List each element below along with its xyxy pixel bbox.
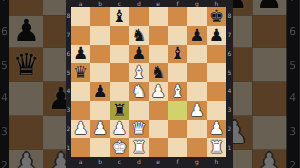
piece-black-king[interactable]: ♚ (209, 8, 224, 25)
piece-black-pawn[interactable]: ♟ (73, 45, 88, 62)
square-e6[interactable] (149, 45, 168, 64)
video-frame: abcdefghabcdefgh8765432187654321♝♚♞♟♟♟♟♝… (0, 0, 300, 168)
piece-black-pawn[interactable]: ♟ (131, 45, 146, 62)
bg-rank-label-2-right: 2 (286, 160, 299, 168)
file-label-g-bottom: g (187, 159, 206, 165)
bg-rank-label-2-left: 2 (0, 160, 9, 168)
square-b8[interactable] (90, 7, 109, 26)
bg-square-a5: ♛ (9, 48, 44, 82)
square-e4[interactable]: ♟ (149, 82, 168, 101)
square-b3[interactable] (90, 101, 109, 120)
piece-black-pawn[interactable]: ♟ (189, 27, 204, 44)
square-e8[interactable] (149, 7, 168, 26)
piece-white-rook[interactable]: ♜ (131, 139, 146, 156)
square-d7[interactable]: ♞ (129, 26, 148, 45)
bg-rank-labels-right: 87654321 (286, 0, 299, 168)
rank-label-4-right: 4 (226, 88, 233, 94)
square-c2[interactable]: ♟ (110, 120, 129, 139)
piece-black-pawn[interactable]: ♟ (92, 83, 107, 100)
bg-square-h2: ♟ (252, 149, 287, 168)
piece-black-bishop[interactable]: ♝ (170, 45, 185, 62)
bg-square-h4 (252, 82, 287, 116)
square-g4[interactable] (187, 82, 206, 101)
square-d6[interactable]: ♟ (129, 45, 148, 64)
bg-square-h3 (252, 115, 287, 149)
square-a8[interactable] (71, 7, 90, 26)
square-d1[interactable]: ♜ (129, 138, 148, 157)
square-b7[interactable] (90, 26, 109, 45)
bg-rank-labels-left: 87654321 (0, 0, 9, 168)
square-g6[interactable] (187, 45, 206, 64)
square-h1[interactable]: ♜ (207, 138, 226, 157)
bg-rank-label-5-right: 5 (286, 60, 299, 71)
bg-rank-label-3-left: 3 (0, 127, 9, 138)
square-b5[interactable] (90, 63, 109, 82)
square-d3[interactable] (129, 101, 148, 120)
square-f5[interactable] (168, 63, 187, 82)
file-label-e-bottom: e (149, 159, 168, 165)
square-f2[interactable] (168, 120, 187, 139)
file-label-c-top: c (110, 1, 129, 7)
bg-rank-label-7-right: 7 (286, 0, 299, 3)
square-c6[interactable] (110, 45, 129, 64)
square-g5[interactable] (187, 63, 206, 82)
square-d2[interactable]: ♛ (129, 120, 148, 139)
square-h5[interactable] (207, 63, 226, 82)
square-g1[interactable] (187, 138, 206, 157)
piece-white-rook[interactable]: ♜ (209, 139, 224, 156)
bg-rank-label-4-left: 4 (0, 93, 9, 104)
square-b2[interactable]: ♟ (90, 120, 109, 139)
bg-rank-label-5-left: 5 (0, 60, 9, 71)
square-g2[interactable] (187, 120, 206, 139)
piece-black-rook[interactable]: ♜ (112, 102, 127, 119)
bg-piece-black-pawn: ♟ (13, 16, 40, 46)
piece-white-bishop[interactable]: ♝ (131, 64, 146, 81)
file-label-e-top: e (149, 1, 168, 7)
rank-label-1-right: 1 (226, 145, 233, 151)
bg-square-a6: ♟ (9, 15, 44, 49)
chess-board: abcdefghabcdefgh8765432187654321♝♚♞♟♟♟♟♝… (66, 0, 233, 168)
square-a5[interactable]: ♛ (71, 63, 90, 82)
square-h2[interactable]: ♟ (207, 120, 226, 139)
file-label-a-bottom: a (71, 159, 90, 165)
square-f3[interactable] (168, 101, 187, 120)
square-g7[interactable]: ♟ (187, 26, 206, 45)
square-a3[interactable] (71, 101, 90, 120)
piece-white-knight[interactable]: ♞ (131, 83, 146, 100)
square-f6[interactable]: ♝ (168, 45, 187, 64)
square-c7[interactable] (110, 26, 129, 45)
square-b1[interactable] (90, 138, 109, 157)
rank-label-2-right: 2 (226, 126, 233, 132)
file-label-b-bottom: b (90, 159, 109, 165)
square-h3[interactable] (207, 101, 226, 120)
square-c5[interactable] (110, 63, 129, 82)
square-f7[interactable] (168, 26, 187, 45)
square-a6[interactable]: ♟ (71, 45, 90, 64)
square-a1[interactable] (71, 138, 90, 157)
square-d5[interactable]: ♝ (129, 63, 148, 82)
piece-white-pawn[interactable]: ♟ (92, 120, 107, 137)
bg-square-a4 (9, 82, 44, 116)
bg-square-a2: ♟ (9, 149, 44, 168)
bg-square-a7 (9, 0, 44, 15)
bg-square-a3 (9, 115, 44, 149)
square-e1[interactable] (149, 138, 168, 157)
square-f8[interactable] (168, 7, 187, 26)
bg-piece-black-pawn: ♟ (255, 0, 282, 13)
square-e3[interactable] (149, 101, 168, 120)
piece-white-pawn[interactable]: ♟ (151, 83, 166, 100)
rank-label-5-right: 5 (226, 70, 233, 76)
square-b4[interactable]: ♟ (90, 82, 109, 101)
square-a4[interactable] (71, 82, 90, 101)
bg-rank-label-6-right: 6 (286, 26, 299, 37)
square-h8[interactable]: ♚ (207, 7, 226, 26)
square-d4[interactable]: ♞ (129, 82, 148, 101)
bg-rank-label-4-right: 4 (286, 93, 299, 104)
file-labels-bottom: abcdefgh (71, 157, 226, 168)
square-g8[interactable] (187, 7, 206, 26)
square-e2[interactable] (149, 120, 168, 139)
file-labels-top: abcdefgh (71, 0, 226, 7)
rank-labels-right: 87654321 (226, 7, 233, 157)
square-c8[interactable]: ♝ (110, 7, 129, 26)
bg-square-h5 (252, 48, 287, 82)
bg-piece-white-pawn: ♟ (255, 150, 282, 168)
square-b6[interactable] (90, 45, 109, 64)
file-label-c-bottom: c (110, 159, 129, 165)
piece-black-pawn[interactable]: ♟ (209, 27, 224, 44)
file-label-d-top: d (129, 1, 148, 7)
piece-black-knight[interactable]: ♞ (131, 27, 146, 44)
file-label-b-top: b (90, 1, 109, 7)
square-f1[interactable] (168, 138, 187, 157)
square-h7[interactable]: ♟ (207, 26, 226, 45)
square-h4[interactable] (207, 82, 226, 101)
piece-white-queen[interactable]: ♛ (131, 120, 146, 137)
file-label-f-top: f (168, 1, 187, 7)
square-c4[interactable] (110, 82, 129, 101)
rank-label-7-right: 7 (226, 32, 233, 38)
file-label-g-top: g (187, 1, 206, 7)
bg-piece-white-pawn: ♟ (13, 150, 40, 168)
bg-rank-label-7-left: 7 (0, 0, 9, 3)
bg-square-h7: ♟ (252, 0, 287, 15)
square-h6[interactable] (207, 45, 226, 64)
piece-white-bishop[interactable]: ♝ (170, 83, 185, 100)
piece-white-pawn[interactable]: ♟ (189, 102, 204, 119)
piece-black-queen[interactable]: ♛ (73, 64, 88, 81)
bg-rank-label-3-right: 3 (286, 127, 299, 138)
square-g3[interactable]: ♟ (187, 101, 206, 120)
bg-square-h6 (252, 15, 287, 49)
square-f4[interactable]: ♝ (168, 82, 187, 101)
piece-white-pawn[interactable]: ♟ (209, 120, 224, 137)
bg-piece-black-queen: ♛ (13, 50, 40, 80)
file-label-d-bottom: d (129, 159, 148, 165)
square-e5[interactable]: ♞ (149, 63, 168, 82)
squares-grid: ♝♚♞♟♟♟♟♝♛♝♞♟♞♟♝♜♟♟♟♟♛♟♚♜♜ (71, 7, 226, 157)
piece-white-pawn[interactable]: ♟ (73, 120, 88, 137)
piece-white-pawn[interactable]: ♟ (112, 120, 127, 137)
file-label-h-bottom: h (207, 159, 226, 165)
rank-label-8-right: 8 (226, 13, 233, 19)
square-c1[interactable]: ♚ (110, 138, 129, 157)
file-label-h-top: h (207, 1, 226, 7)
square-a2[interactable]: ♟ (71, 120, 90, 139)
square-a7[interactable] (71, 26, 90, 45)
piece-black-bishop[interactable]: ♝ (112, 8, 127, 25)
square-e7[interactable] (149, 26, 168, 45)
bg-rank-label-6-left: 6 (0, 26, 9, 37)
square-c3[interactable]: ♜ (110, 101, 129, 120)
rank-label-6-right: 6 (226, 51, 233, 57)
rank-label-3-right: 3 (226, 107, 233, 113)
file-label-a-top: a (71, 1, 90, 7)
square-d8[interactable] (129, 7, 148, 26)
piece-white-king[interactable]: ♚ (112, 139, 127, 156)
file-label-f-bottom: f (168, 159, 187, 165)
piece-black-knight[interactable]: ♞ (151, 64, 166, 81)
